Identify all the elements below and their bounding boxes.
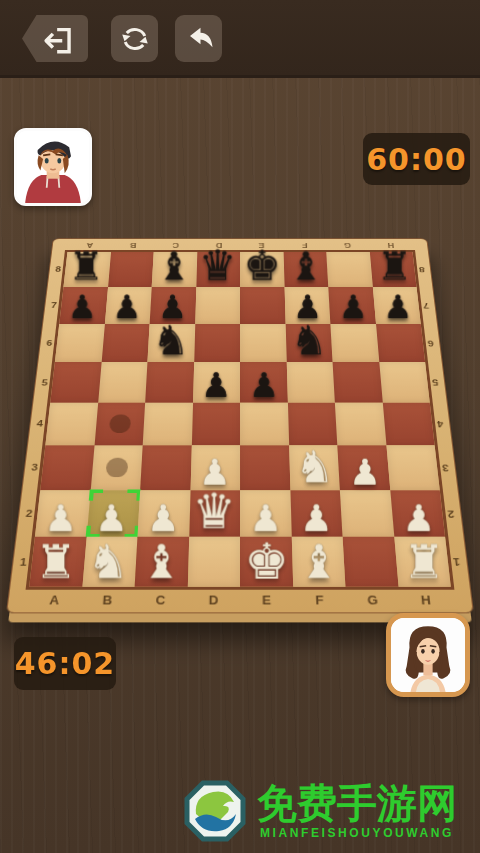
- square-d1[interactable]: [187, 537, 240, 587]
- square-a4[interactable]: [45, 403, 97, 446]
- user-timer: 46:02: [14, 637, 116, 690]
- file-label-h: H: [399, 593, 454, 609]
- square-h4[interactable]: [382, 403, 434, 446]
- square-a2[interactable]: ♟: [35, 490, 90, 537]
- black-queen[interactable]: ♛: [199, 244, 236, 286]
- refresh-arrows-icon: [120, 24, 150, 54]
- black-king[interactable]: ♚: [243, 244, 280, 286]
- square-a5[interactable]: [50, 362, 101, 402]
- square-h5[interactable]: [379, 362, 430, 402]
- white-pawn[interactable]: ♟: [403, 499, 436, 536]
- square-b5[interactable]: [98, 362, 148, 402]
- square-b8[interactable]: [108, 252, 154, 287]
- square-c4[interactable]: [143, 403, 193, 446]
- square-e3[interactable]: [240, 445, 290, 490]
- file-labels-top: ABCDEFGH: [68, 241, 413, 250]
- square-d5[interactable]: ♟: [193, 362, 240, 402]
- square-a3[interactable]: [40, 445, 94, 490]
- exit-door-arrow-icon: [41, 22, 75, 56]
- file-label-a: A: [27, 593, 82, 609]
- square-g5[interactable]: [333, 362, 383, 402]
- white-bishop[interactable]: ♝: [140, 539, 182, 586]
- white-rook[interactable]: ♜: [403, 539, 445, 586]
- square-d8[interactable]: ♛: [196, 252, 240, 287]
- square-h8[interactable]: ♜: [369, 252, 416, 287]
- square-c3[interactable]: [140, 445, 191, 490]
- square-c6[interactable]: ♞: [147, 324, 194, 363]
- square-c8[interactable]: ♝: [152, 252, 197, 287]
- square-f4[interactable]: [287, 403, 337, 446]
- square-f1[interactable]: ♝: [291, 537, 345, 587]
- woman-brown-hair-avatar: [391, 618, 465, 692]
- white-pawn[interactable]: ♟: [95, 499, 128, 536]
- white-knight[interactable]: ♞: [87, 539, 129, 586]
- square-a1[interactable]: ♜: [29, 537, 86, 587]
- user-time-text: 46:02: [15, 646, 116, 681]
- square-a7[interactable]: ♟: [59, 287, 107, 324]
- square-h1[interactable]: ♜: [394, 537, 451, 587]
- white-pawn[interactable]: ♟: [147, 499, 180, 536]
- file-label-top-g: G: [326, 241, 370, 250]
- square-g8[interactable]: [326, 252, 372, 287]
- square-d7[interactable]: [195, 287, 240, 324]
- black-knight[interactable]: ♞: [152, 321, 189, 362]
- black-knight[interactable]: ♞: [291, 321, 328, 362]
- square-f8[interactable]: ♝: [283, 252, 328, 287]
- square-h3[interactable]: [386, 445, 440, 490]
- square-d6[interactable]: [194, 324, 240, 363]
- file-label-b: B: [80, 593, 134, 609]
- white-king[interactable]: ♚: [244, 536, 289, 586]
- black-pawn[interactable]: ♟: [384, 291, 413, 323]
- square-a6[interactable]: [55, 324, 105, 363]
- restart-button[interactable]: [111, 15, 158, 62]
- square-g6[interactable]: [330, 324, 378, 363]
- square-b1[interactable]: ♞: [82, 537, 138, 587]
- square-e6[interactable]: [240, 324, 286, 363]
- black-pawn[interactable]: ♟: [113, 291, 142, 323]
- square-g1[interactable]: [343, 537, 399, 587]
- file-label-top-b: B: [111, 241, 155, 250]
- undo-button[interactable]: [175, 15, 222, 62]
- white-pawn[interactable]: ♟: [44, 499, 77, 536]
- square-g3[interactable]: ♟: [337, 445, 389, 490]
- watermark-banner: 免费手游网 MIANFEISHOUYOUWANG: [183, 779, 457, 843]
- white-pawn[interactable]: ♟: [300, 499, 333, 536]
- file-label-c: C: [133, 593, 187, 609]
- square-e8[interactable]: ♚: [240, 252, 284, 287]
- undo-arrow-icon: [184, 24, 214, 54]
- square-f2[interactable]: ♟: [290, 490, 343, 537]
- white-bishop[interactable]: ♝: [298, 539, 340, 586]
- watermark-text: 免费手游网 MIANFEISHOUYOUWANG: [257, 782, 457, 840]
- square-e4[interactable]: [240, 403, 289, 446]
- square-e2[interactable]: ♟: [240, 490, 291, 537]
- square-d4[interactable]: [191, 403, 240, 446]
- exit-button[interactable]: [22, 15, 88, 62]
- square-e7[interactable]: [240, 287, 285, 324]
- square-c2[interactable]: ♟: [137, 490, 190, 537]
- file-label-d: D: [187, 593, 240, 609]
- square-b6[interactable]: [101, 324, 149, 363]
- square-e5[interactable]: ♟: [240, 362, 287, 402]
- black-bishop[interactable]: ♝: [289, 247, 324, 286]
- black-pawn[interactable]: ♟: [248, 368, 278, 402]
- watermark-title: 免费手游网: [257, 782, 457, 824]
- square-b2[interactable]: ♟: [86, 490, 140, 537]
- white-queen[interactable]: ♛: [193, 488, 237, 537]
- square-c5[interactable]: [145, 362, 194, 402]
- square-a8[interactable]: ♜: [63, 252, 110, 287]
- square-f5[interactable]: [286, 362, 335, 402]
- white-knight[interactable]: ♞: [295, 445, 335, 489]
- square-g2[interactable]: [340, 490, 394, 537]
- square-b7[interactable]: ♟: [104, 287, 151, 324]
- square-b3[interactable]: [90, 445, 142, 490]
- square-c1[interactable]: ♝: [135, 537, 189, 587]
- white-pawn[interactable]: ♟: [349, 453, 381, 489]
- square-d2[interactable]: ♛: [189, 490, 240, 537]
- square-b4[interactable]: [94, 403, 145, 446]
- square-h7[interactable]: ♟: [372, 287, 420, 324]
- white-rook[interactable]: ♜: [35, 539, 77, 586]
- file-label-f: F: [293, 593, 347, 609]
- chess-board: ♜♝♛♚♝♜♟♟♟♟♟♟♞♞♟♟♟♞♟♟♟♟♛♟♟♟♜♞♝♚♝♜ ABCDEFG…: [32, 170, 448, 640]
- board-grid: ♜♝♛♚♝♜♟♟♟♟♟♟♞♞♟♟♟♞♟♟♟♟♛♟♟♟♜♞♝♚♝♜: [29, 252, 451, 587]
- top-toolbar: [0, 0, 480, 78]
- square-h2[interactable]: ♟: [390, 490, 445, 537]
- square-g4[interactable]: [335, 403, 386, 446]
- black-rook[interactable]: ♜: [68, 247, 103, 286]
- black-rook[interactable]: ♜: [377, 247, 412, 286]
- game-screen: 60:00 ♜♝♛♚♝♜♟♟♟♟♟♟♞♞♟♟♟♞♟♟♟♟♛♟♟♟♜♞♝♚♝♜ A…: [0, 0, 480, 853]
- board-frame: ♜♝♛♚♝♜♟♟♟♟♟♟♞♞♟♟♟♞♟♟♟♟♛♟♟♟♜♞♝♚♝♜ ABCDEFG…: [6, 238, 474, 613]
- black-bishop[interactable]: ♝: [156, 247, 191, 286]
- watermark-subtitle: MIANFEISHOUYOUWANG: [260, 826, 454, 840]
- square-g7[interactable]: ♟: [328, 287, 375, 324]
- black-pawn[interactable]: ♟: [201, 368, 231, 402]
- file-label-e: E: [240, 593, 293, 609]
- square-e1[interactable]: ♚: [240, 537, 293, 587]
- square-f6[interactable]: ♞: [285, 324, 332, 363]
- square-f3[interactable]: ♞: [289, 445, 340, 490]
- watermark-logo-icon: [183, 779, 247, 843]
- black-pawn[interactable]: ♟: [67, 291, 96, 323]
- user-avatar: [386, 613, 470, 697]
- square-h6[interactable]: [376, 324, 426, 363]
- black-pawn[interactable]: ♟: [338, 291, 367, 323]
- file-labels-bottom: ABCDEFGH: [27, 593, 453, 609]
- file-label-g: G: [346, 593, 400, 609]
